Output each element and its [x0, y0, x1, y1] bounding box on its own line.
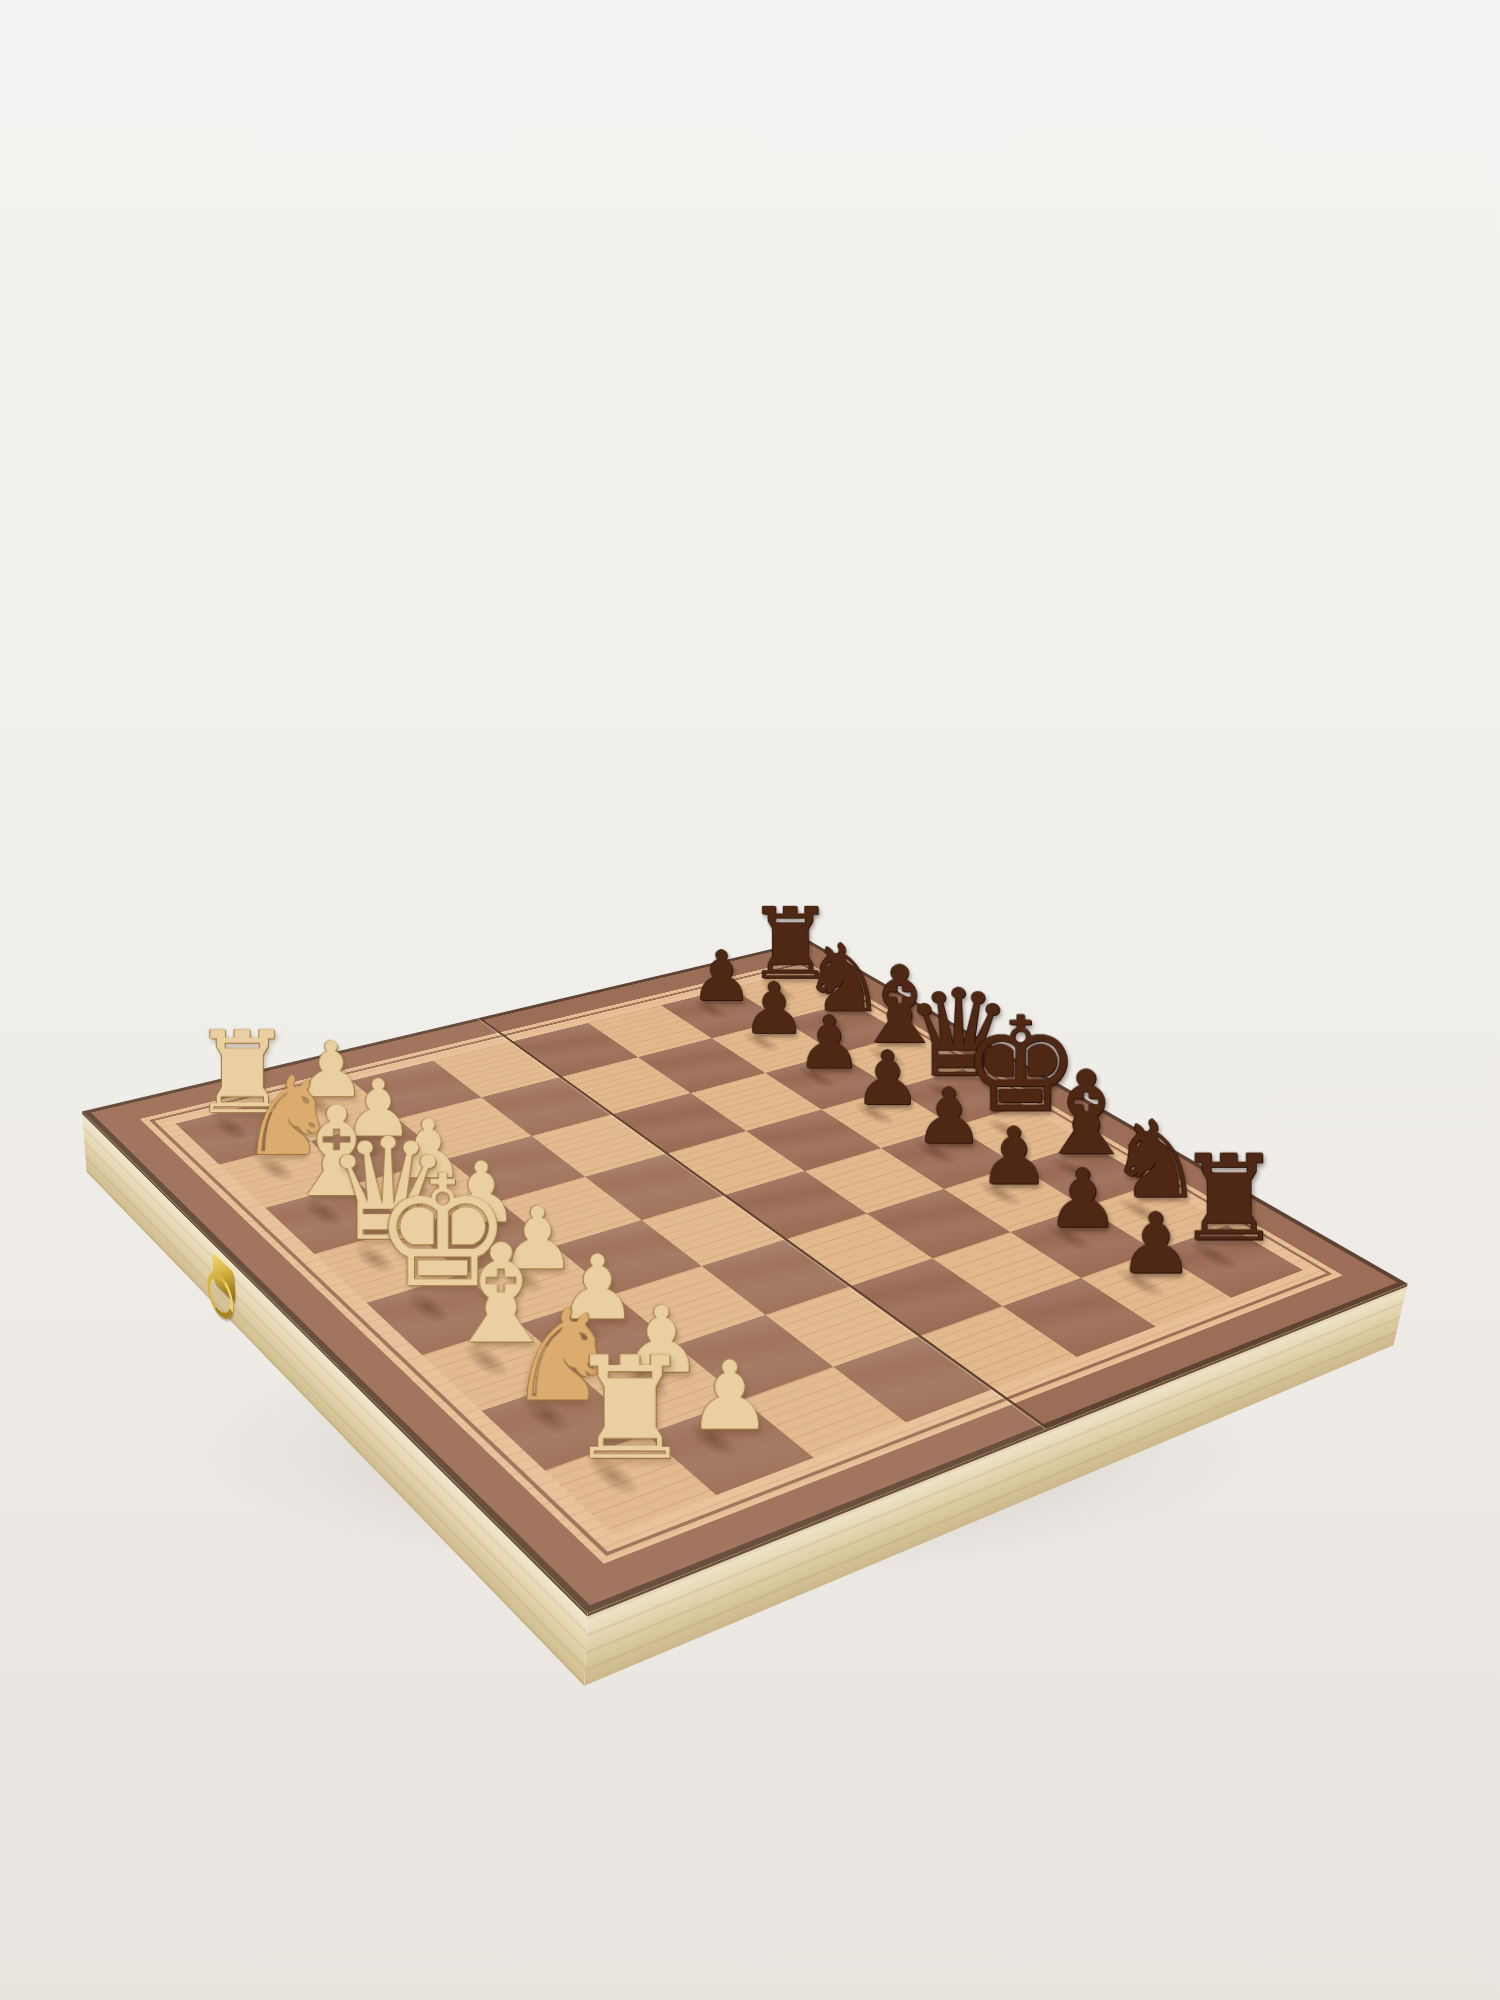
- square-h5[interactable]: [920, 1306, 1077, 1389]
- square-h4[interactable]: [833, 1336, 993, 1423]
- piece-white-rook-h1[interactable]: ♜: [545, 1334, 716, 1482]
- square-f5[interactable]: [786, 1213, 932, 1286]
- square-g5[interactable]: [851, 1258, 1002, 1335]
- piece-black-pawn-h7[interactable]: ♟: [1083, 1200, 1230, 1287]
- product-photo-chess-set: ♜♞♝♛♚♝♞♜♟♟♟♟♟♟♟♟♟♟♟♟♟♟♟♟♜♞♝♛♚♝♞♜: [0, 0, 1500, 2000]
